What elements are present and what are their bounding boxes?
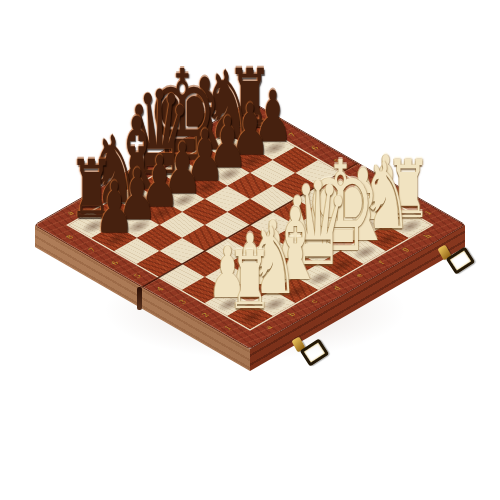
rank-label-6-left: 6 — [110, 260, 120, 266]
rank-label-7-right: 7 — [287, 132, 297, 138]
rank-label-8-left: 8 — [65, 234, 75, 240]
rank-label-6-right: 6 — [310, 145, 320, 151]
file-label-h-far: h — [224, 119, 234, 125]
rank-label-7-left: 7 — [87, 247, 97, 253]
file-label-c-far: c — [111, 184, 121, 190]
rank-label-4-left: 4 — [155, 286, 165, 292]
rank-label-2-right: 2 — [401, 197, 411, 203]
rank-label-5-left: 5 — [133, 273, 143, 279]
file-label-a-near: a — [264, 324, 274, 330]
file-label-a-far: a — [65, 210, 75, 216]
rank-label-3-right: 3 — [378, 184, 388, 190]
file-label-g-near: g — [400, 246, 410, 252]
product-photo-stage: ♜♞♝♚♛♝♞♜♟♟♟♟♟♟♟♟♟♟♟♟♟♟♟♟♜♞♝♚♛♝♞♜ aabbccd… — [0, 0, 500, 500]
brass-latch-icon — [440, 246, 474, 276]
rank-label-3-left: 3 — [178, 299, 188, 305]
file-label-e-far: e — [156, 158, 166, 164]
file-label-c-near: c — [309, 299, 319, 305]
file-label-b-near: b — [287, 311, 297, 317]
rank-label-1-right: 1 — [423, 210, 433, 216]
rank-label-8-right: 8 — [265, 119, 275, 125]
brass-latch-icon — [294, 338, 328, 368]
file-label-f-far: f — [179, 146, 188, 151]
file-label-d-far: d — [133, 171, 143, 177]
file-label-f-near: f — [377, 260, 386, 265]
latch-loop — [300, 338, 330, 366]
rank-label-2-left: 2 — [201, 312, 211, 318]
file-label-b-far: b — [88, 197, 98, 203]
hinge-icon — [137, 287, 142, 310]
rank-label-5-right: 5 — [333, 158, 343, 164]
rank-label-4-right: 4 — [355, 171, 365, 177]
file-label-h-near: h — [423, 233, 433, 239]
file-label-e-near: e — [355, 272, 365, 278]
rook-glyph: ♜ — [228, 58, 273, 138]
file-label-d-near: d — [332, 285, 342, 291]
file-label-g-far: g — [201, 132, 211, 138]
latch-loop — [446, 246, 476, 274]
rank-label-1-left: 1 — [223, 325, 233, 331]
